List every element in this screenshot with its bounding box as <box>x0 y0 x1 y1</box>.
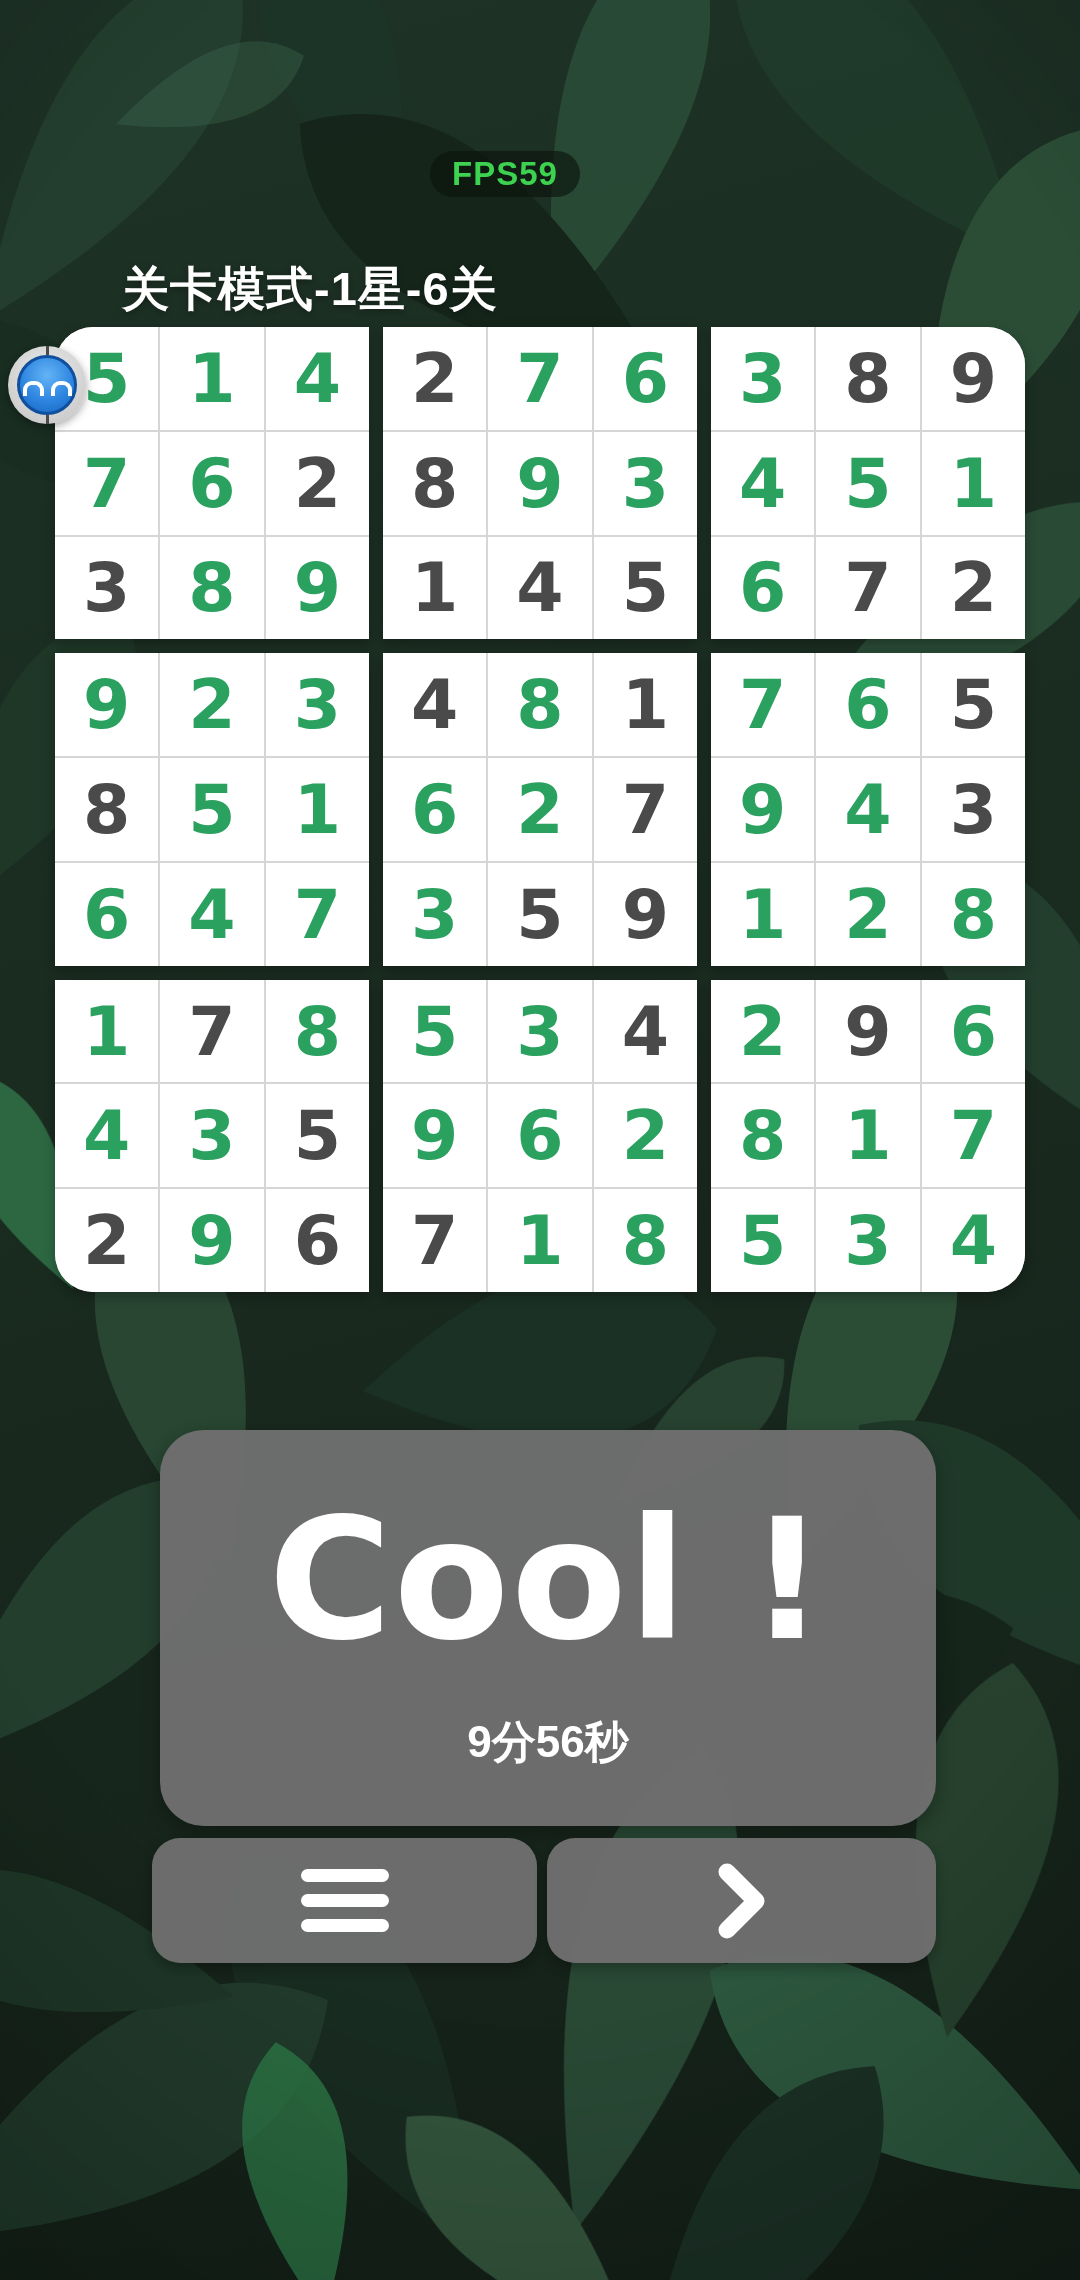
sudoku-block: 276893145 <box>383 327 697 639</box>
sudoku-cell-r9c4[interactable]: 7 <box>383 1189 486 1292</box>
sudoku-block: 481627359 <box>383 653 697 965</box>
sudoku-cell-r8c1[interactable]: 4 <box>55 1084 158 1187</box>
sudoku-cell-r6c9[interactable]: 8 <box>922 863 1025 966</box>
sudoku-cell-r5c2[interactable]: 5 <box>160 758 263 861</box>
sudoku-cell-r5c3[interactable]: 1 <box>266 758 369 861</box>
sudoku-cell-r8c7[interactable]: 8 <box>711 1084 814 1187</box>
sudoku-cell-r3c2[interactable]: 8 <box>160 537 263 640</box>
sudoku-cell-r1c9[interactable]: 9 <box>922 327 1025 430</box>
sudoku-cell-r5c4[interactable]: 6 <box>383 758 486 861</box>
sudoku-cell-r1c7[interactable]: 3 <box>711 327 814 430</box>
sudoku-cell-r2c5[interactable]: 9 <box>488 432 591 535</box>
sudoku-cell-r2c8[interactable]: 5 <box>816 432 919 535</box>
sudoku-cell-r9c1[interactable]: 2 <box>55 1189 158 1292</box>
sudoku-cell-r3c5[interactable]: 4 <box>488 537 591 640</box>
sudoku-cell-r7c8[interactable]: 9 <box>816 980 919 1083</box>
sudoku-cell-r2c1[interactable]: 7 <box>55 432 158 535</box>
fps-badge: FPS59 <box>430 151 580 197</box>
robot-eye-right <box>51 381 72 396</box>
robot-eye-left <box>23 381 44 396</box>
sudoku-cell-r3c7[interactable]: 6 <box>711 537 814 640</box>
sudoku-cell-r4c1[interactable]: 9 <box>55 653 158 756</box>
sudoku-cell-r7c1[interactable]: 1 <box>55 980 158 1083</box>
sudoku-cell-r6c4[interactable]: 3 <box>383 863 486 966</box>
chevron-right-icon <box>716 1861 768 1941</box>
sudoku-block: 765943128 <box>711 653 1025 965</box>
sudoku-cell-r8c4[interactable]: 9 <box>383 1084 486 1187</box>
sudoku-cell-r1c2[interactable]: 1 <box>160 327 263 430</box>
sudoku-cell-r6c8[interactable]: 2 <box>816 863 919 966</box>
sudoku-cell-r4c3[interactable]: 3 <box>266 653 369 756</box>
sudoku-cell-r6c7[interactable]: 1 <box>711 863 814 966</box>
sudoku-cell-r4c8[interactable]: 6 <box>816 653 919 756</box>
sudoku-cell-r9c5[interactable]: 1 <box>488 1189 591 1292</box>
sudoku-block: 514762389 <box>55 327 369 639</box>
sudoku-cell-r4c2[interactable]: 2 <box>160 653 263 756</box>
sudoku-cell-r5c9[interactable]: 3 <box>922 758 1025 861</box>
floating-mascot-button[interactable] <box>8 346 86 424</box>
sudoku-cell-r3c4[interactable]: 1 <box>383 537 486 640</box>
sudoku-cell-r5c7[interactable]: 9 <box>711 758 814 861</box>
sudoku-cell-r8c3[interactable]: 5 <box>266 1084 369 1187</box>
sudoku-cell-r9c8[interactable]: 3 <box>816 1189 919 1292</box>
sudoku-block: 534962718 <box>383 980 697 1292</box>
sudoku-cell-r6c1[interactable]: 6 <box>55 863 158 966</box>
sudoku-cell-r4c7[interactable]: 7 <box>711 653 814 756</box>
sudoku-cell-r7c6[interactable]: 4 <box>594 980 697 1083</box>
sudoku-cell-r7c4[interactable]: 5 <box>383 980 486 1083</box>
sudoku-cell-r6c6[interactable]: 9 <box>594 863 697 966</box>
sudoku-block: 923851647 <box>55 653 369 965</box>
sudoku-cell-r7c2[interactable]: 7 <box>160 980 263 1083</box>
sudoku-cell-r2c9[interactable]: 1 <box>922 432 1025 535</box>
sudoku-cell-r7c9[interactable]: 6 <box>922 980 1025 1083</box>
sudoku-cell-r3c8[interactable]: 7 <box>816 537 919 640</box>
sudoku-cell-r6c5[interactable]: 5 <box>488 863 591 966</box>
sudoku-cell-r1c5[interactable]: 7 <box>488 327 591 430</box>
menu-icon <box>301 1869 389 1932</box>
sudoku-cell-r4c5[interactable]: 8 <box>488 653 591 756</box>
sudoku-cell-r6c3[interactable]: 7 <box>266 863 369 966</box>
sudoku-cell-r5c1[interactable]: 8 <box>55 758 158 861</box>
sudoku-cell-r2c3[interactable]: 2 <box>266 432 369 535</box>
result-dialog: Cool ! 9分56秒 <box>160 1430 936 1826</box>
sudoku-cell-r5c8[interactable]: 4 <box>816 758 919 861</box>
sudoku-cell-r2c4[interactable]: 8 <box>383 432 486 535</box>
sudoku-cell-r8c2[interactable]: 3 <box>160 1084 263 1187</box>
sudoku-cell-r9c2[interactable]: 9 <box>160 1189 263 1292</box>
result-title: Cool ! <box>269 1488 828 1673</box>
sudoku-cell-r3c3[interactable]: 9 <box>266 537 369 640</box>
sudoku-cell-r4c9[interactable]: 5 <box>922 653 1025 756</box>
sudoku-cell-r7c5[interactable]: 3 <box>488 980 591 1083</box>
next-level-button[interactable] <box>547 1838 936 1963</box>
sudoku-block: 178435296 <box>55 980 369 1292</box>
sudoku-cell-r5c5[interactable]: 2 <box>488 758 591 861</box>
sudoku-cell-r1c3[interactable]: 4 <box>266 327 369 430</box>
sudoku-cell-r8c6[interactable]: 2 <box>594 1084 697 1187</box>
sudoku-cell-r5c6[interactable]: 7 <box>594 758 697 861</box>
sudoku-cell-r4c6[interactable]: 1 <box>594 653 697 756</box>
sudoku-board: 5147623892768931453894516729238516474816… <box>55 327 1025 1292</box>
sudoku-cell-r7c3[interactable]: 8 <box>266 980 369 1083</box>
sudoku-cell-r3c6[interactable]: 5 <box>594 537 697 640</box>
sudoku-cell-r8c5[interactable]: 6 <box>488 1084 591 1187</box>
sudoku-cell-r9c3[interactable]: 6 <box>266 1189 369 1292</box>
sudoku-cell-r1c6[interactable]: 6 <box>594 327 697 430</box>
sudoku-cell-r3c1[interactable]: 3 <box>55 537 158 640</box>
sudoku-cell-r2c6[interactable]: 3 <box>594 432 697 535</box>
game-screen: FPS59 关卡模式-1星-6关 51476238927689314538945… <box>0 0 1080 2280</box>
sudoku-block: 296817534 <box>711 980 1025 1292</box>
sudoku-cell-r9c7[interactable]: 5 <box>711 1189 814 1292</box>
sudoku-cell-r7c7[interactable]: 2 <box>711 980 814 1083</box>
sudoku-cell-r8c9[interactable]: 7 <box>922 1084 1025 1187</box>
sudoku-cell-r8c8[interactable]: 1 <box>816 1084 919 1187</box>
sudoku-cell-r1c4[interactable]: 2 <box>383 327 486 430</box>
sudoku-cell-r2c7[interactable]: 4 <box>711 432 814 535</box>
sudoku-cell-r9c9[interactable]: 4 <box>922 1189 1025 1292</box>
sudoku-block: 389451672 <box>711 327 1025 639</box>
menu-button[interactable] <box>152 1838 537 1963</box>
result-time: 9分56秒 <box>467 1713 628 1772</box>
sudoku-cell-r9c6[interactable]: 8 <box>594 1189 697 1292</box>
level-title: 关卡模式-1星-6关 <box>122 258 498 321</box>
sudoku-cell-r2c2[interactable]: 6 <box>160 432 263 535</box>
sudoku-cell-r3c9[interactable]: 2 <box>922 537 1025 640</box>
robot-face-icon <box>17 355 77 415</box>
sudoku-cell-r4c4[interactable]: 4 <box>383 653 486 756</box>
sudoku-cell-r1c8[interactable]: 8 <box>816 327 919 430</box>
sudoku-cell-r6c2[interactable]: 4 <box>160 863 263 966</box>
